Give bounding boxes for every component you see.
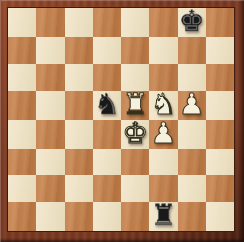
square-a6[interactable] <box>8 64 36 91</box>
square-a7[interactable] <box>8 37 36 64</box>
square-g8[interactable]: ♚ <box>178 8 206 37</box>
square-e3[interactable] <box>121 149 149 176</box>
square-e1[interactable] <box>121 202 149 231</box>
square-f4[interactable]: ♟ <box>149 120 177 149</box>
square-b8[interactable] <box>36 8 64 37</box>
white-pawn[interactable]: ♟ <box>150 119 176 148</box>
square-c2[interactable] <box>65 175 93 202</box>
square-c4[interactable] <box>65 120 93 149</box>
square-d4[interactable] <box>93 120 121 149</box>
square-e8[interactable] <box>121 8 149 37</box>
square-h7[interactable] <box>206 37 234 64</box>
chess-board: ♚♞♜♞♟♚♟♜ <box>7 7 235 232</box>
square-c5[interactable] <box>65 91 93 120</box>
square-a5[interactable] <box>8 91 36 120</box>
square-h4[interactable] <box>206 120 234 149</box>
square-d3[interactable] <box>93 149 121 176</box>
square-e4[interactable]: ♚ <box>121 120 149 149</box>
square-g4[interactable] <box>178 120 206 149</box>
square-b4[interactable] <box>36 120 64 149</box>
square-h8[interactable] <box>206 8 234 37</box>
square-d1[interactable] <box>93 202 121 231</box>
square-g3[interactable] <box>178 149 206 176</box>
square-g7[interactable] <box>178 37 206 64</box>
square-a1[interactable] <box>8 202 36 231</box>
square-c6[interactable] <box>65 64 93 91</box>
square-d8[interactable] <box>93 8 121 37</box>
square-f7[interactable] <box>149 37 177 64</box>
black-knight[interactable]: ♞ <box>94 90 120 119</box>
black-king[interactable]: ♚ <box>179 7 205 36</box>
square-a2[interactable] <box>8 175 36 202</box>
square-g1[interactable] <box>178 202 206 231</box>
square-b6[interactable] <box>36 64 64 91</box>
white-pawn[interactable]: ♟ <box>179 90 205 119</box>
square-f3[interactable] <box>149 149 177 176</box>
white-knight[interactable]: ♞ <box>150 90 176 119</box>
square-g2[interactable] <box>178 175 206 202</box>
square-h2[interactable] <box>206 175 234 202</box>
square-d7[interactable] <box>93 37 121 64</box>
square-b7[interactable] <box>36 37 64 64</box>
square-b5[interactable] <box>36 91 64 120</box>
square-a8[interactable] <box>8 8 36 37</box>
square-h3[interactable] <box>206 149 234 176</box>
square-b1[interactable] <box>36 202 64 231</box>
square-f8[interactable] <box>149 8 177 37</box>
square-h6[interactable] <box>206 64 234 91</box>
square-d5[interactable]: ♞ <box>93 91 121 120</box>
square-b3[interactable] <box>36 149 64 176</box>
chess-board-window: ♚♞♜♞♟♚♟♜ <box>0 0 244 242</box>
square-h5[interactable] <box>206 91 234 120</box>
square-c8[interactable] <box>65 8 93 37</box>
square-f1[interactable]: ♜ <box>149 202 177 231</box>
square-c7[interactable] <box>65 37 93 64</box>
square-b2[interactable] <box>36 175 64 202</box>
square-e2[interactable] <box>121 175 149 202</box>
square-d2[interactable] <box>93 175 121 202</box>
square-a3[interactable] <box>8 149 36 176</box>
square-e7[interactable] <box>121 37 149 64</box>
white-king[interactable]: ♚ <box>122 119 148 148</box>
square-g5[interactable]: ♟ <box>178 91 206 120</box>
square-a4[interactable] <box>8 120 36 149</box>
black-rook[interactable]: ♜ <box>150 201 176 230</box>
square-c3[interactable] <box>65 149 93 176</box>
white-rook[interactable]: ♜ <box>122 90 148 119</box>
square-h1[interactable] <box>206 202 234 231</box>
square-c1[interactable] <box>65 202 93 231</box>
